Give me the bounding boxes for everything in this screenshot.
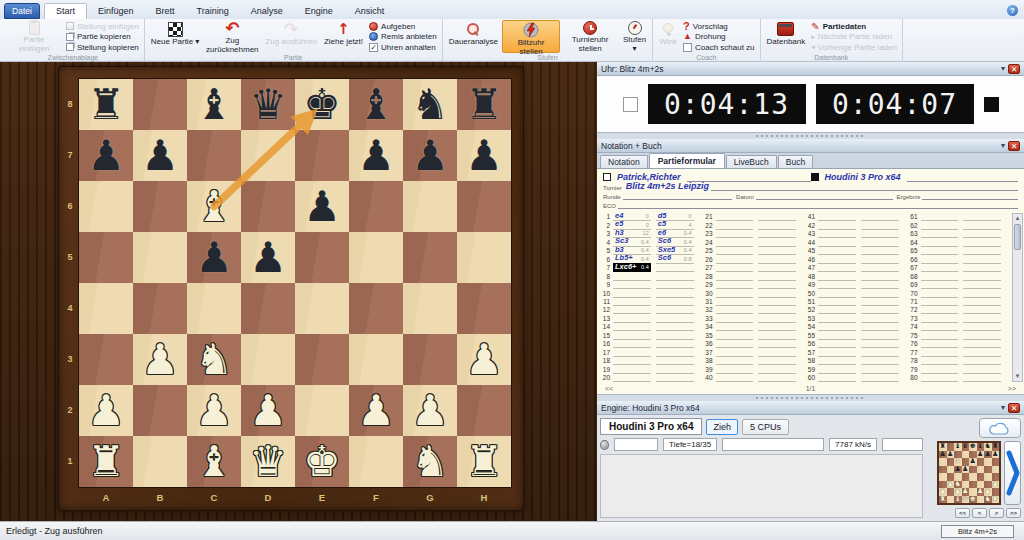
moves-grid: 1e40d502e50c543h312e60.44Sc30.4Sc60.45b3… (597, 210, 1024, 382)
scroll-up-icon[interactable]: ▲ (1015, 214, 1021, 223)
square-d8[interactable]: ♛ (241, 79, 295, 130)
piece-white-king-e1[interactable]: ♚ (295, 436, 349, 487)
cpus-button[interactable]: 5 CPUs (742, 419, 789, 435)
rank-label-7: 7 (63, 130, 77, 181)
mini-square-g1: ♞ (984, 496, 992, 504)
speed-box: 7787 kN/s (829, 438, 877, 451)
piece-black-rook-a8[interactable]: ♜ (79, 79, 133, 130)
move-number: 66 (909, 256, 921, 264)
square-g8[interactable]: ♞ (403, 79, 457, 130)
prev-icon: ◂ (811, 43, 815, 51)
score-sheet: Patrick,Richter Houdini 3 Pro x64 Turnie… (597, 169, 1024, 394)
square-d1[interactable]: ♛ (241, 436, 295, 487)
move-number: 5 (601, 247, 613, 255)
moves-column-3: 4142434445464748495051525354555657585960 (806, 213, 909, 382)
square-a1[interactable]: ♜ (79, 436, 133, 487)
move-number: 15 (601, 332, 613, 340)
lightning-icon (523, 22, 539, 38)
mini-square-a4 (939, 473, 947, 481)
move-time: 0.8 (684, 255, 692, 263)
piece-white-bishop-c1[interactable]: ♝ (187, 436, 241, 487)
copy-icon (66, 33, 74, 41)
mini-square-h5 (992, 466, 1000, 474)
move-number: 6 (601, 256, 613, 264)
move-cell-60-black[interactable] (861, 373, 899, 382)
piece-black-pawn-h7[interactable]: ♟ (457, 130, 511, 181)
mini-square-e6: ♟ (969, 458, 977, 466)
move-number: 39 (704, 366, 716, 374)
square-a2[interactable]: ♟ (79, 385, 133, 436)
copy-position-button[interactable]: Stellung kopieren (66, 42, 139, 52)
expand-button[interactable] (1004, 441, 1021, 505)
tab-engine[interactable]: Engine (294, 4, 344, 19)
file-menu-button[interactable]: Datei (4, 3, 40, 19)
dropdown-arrow-icon: ▾ (195, 37, 199, 46)
square-h7[interactable]: ♟ (457, 130, 511, 181)
move-number: 79 (909, 366, 921, 374)
prev-game-button[interactable]: ◂Vorherige Partie laden (811, 42, 897, 52)
mini-square-a6 (939, 458, 947, 466)
move-text: Sc6 (658, 254, 671, 263)
mini-square-a5 (939, 466, 947, 474)
undo-arrow-icon: ↶ (225, 21, 239, 36)
checked-checkbox-icon[interactable] (369, 43, 378, 52)
mini-piece-black-pawn-b7: ♟ (947, 451, 955, 459)
square-a5[interactable] (79, 232, 133, 283)
move-number: 31 (704, 298, 716, 306)
tab-brett[interactable]: Brett (145, 4, 186, 19)
mini-piece-white-queen-d1: ♛ (962, 496, 970, 504)
square-f5[interactable] (349, 232, 403, 283)
piece-black-bishop-c8[interactable]: ♝ (187, 79, 241, 130)
mini-square-d7 (962, 451, 970, 459)
piece-black-pawn-d5[interactable]: ♟ (241, 232, 295, 283)
move-number: 13 (601, 315, 613, 323)
square-d4[interactable] (241, 283, 295, 334)
engine-name-box[interactable]: Houdini 3 Pro x64 (600, 418, 702, 435)
move-cell-80-white[interactable] (921, 373, 959, 382)
minimize-icon[interactable]: ▾ (1001, 403, 1005, 413)
move-number: 59 (806, 366, 818, 374)
move-number: 72 (909, 306, 921, 314)
mini-square-h3: ♟ (992, 481, 1000, 489)
move-number: 80 (909, 374, 921, 382)
square-f1[interactable] (349, 436, 403, 487)
mini-square-b3: ♟ (947, 481, 955, 489)
notation-title: Notation + Buch (601, 141, 662, 151)
piece-white-rook-h1[interactable]: ♜ (457, 436, 511, 487)
square-e2[interactable] (295, 385, 349, 436)
board-panel: 87654321 ♜♝♛♚♝♞♜♟♟♟♟♟♝♟♟♟♟♞♟♟♟♟♟♟♜♝♛♚♞♜ … (0, 62, 597, 521)
help-icon[interactable]: ? (1007, 5, 1018, 16)
bestmove-field (722, 438, 824, 451)
square-c3[interactable]: ♞ (187, 334, 241, 385)
close-icon[interactable]: ✕ (1008, 64, 1020, 74)
square-g3[interactable] (403, 334, 457, 385)
square-c1[interactable]: ♝ (187, 436, 241, 487)
square-b2[interactable] (133, 385, 187, 436)
mini-square-h1: ♜ (992, 496, 1000, 504)
piece-white-pawn-f2[interactable]: ♟ (349, 385, 403, 436)
square-a4[interactable] (79, 283, 133, 334)
square-g2[interactable]: ♟ (403, 385, 457, 436)
suggestion-button[interactable]: ?Vorschlag (683, 21, 755, 31)
piece-white-pawn-b3[interactable]: ♟ (133, 334, 187, 385)
piece-white-pawn-c2[interactable]: ♟ (187, 385, 241, 436)
file-label-G: G (403, 488, 457, 508)
mini-square-f2: ♟ (977, 488, 985, 496)
piece-black-pawn-b7[interactable]: ♟ (133, 130, 187, 181)
round-label: Runde (603, 194, 623, 200)
tournament-label: Turnier (603, 185, 624, 191)
piece-white-pawn-d2[interactable]: ♟ (241, 385, 295, 436)
mini-piece-black-king-e8: ♚ (969, 443, 977, 451)
coach-watches-checkbox[interactable]: Coach schaut zu (683, 42, 755, 52)
copy-game-button[interactable]: Partie kopieren (66, 32, 139, 42)
moves-column-1: 1e40d502e50c543h312e60.44Sc30.4Sc60.45b3… (601, 213, 704, 382)
square-b8[interactable] (133, 79, 187, 130)
tab-notation[interactable]: Notation (600, 155, 648, 168)
rank-label-5: 5 (63, 232, 77, 283)
panel-splitter[interactable] (597, 395, 1024, 401)
panel-splitter[interactable] (597, 133, 1024, 139)
move-number: 78 (909, 357, 921, 365)
square-h4[interactable] (457, 283, 511, 334)
move-number: 25 (704, 247, 716, 255)
group-coach: Wink ?Vorschlag ▲Drohung Coach schaut zu… (653, 19, 760, 62)
square-f6[interactable] (349, 181, 403, 232)
move-cell-60-white[interactable] (818, 373, 856, 382)
move-number: 58 (806, 357, 818, 365)
piece-white-queen-d1[interactable]: ♛ (241, 436, 295, 487)
paste-game-button[interactable]: Partie einfügen (5, 20, 63, 53)
next-game-button[interactable]: ▸Nächste Partie laden (811, 32, 897, 42)
piece-white-pawn-h3[interactable]: ♟ (457, 334, 511, 385)
square-c6[interactable]: ♝ (187, 181, 241, 232)
depth-box: Tiefe=18/35 (663, 438, 717, 451)
square-a3[interactable] (79, 334, 133, 385)
piece-white-pawn-a2[interactable]: ♟ (79, 385, 133, 436)
scroll-thumb[interactable] (1014, 224, 1021, 250)
square-g1[interactable]: ♞ (403, 436, 457, 487)
piece-black-queen-d8[interactable]: ♛ (241, 79, 295, 130)
next-icon: ▸ (811, 33, 815, 41)
square-h1[interactable]: ♜ (457, 436, 511, 487)
square-e8[interactable]: ♚ (295, 79, 349, 130)
square-c2[interactable]: ♟ (187, 385, 241, 436)
move-number: 70 (909, 290, 921, 298)
square-b7[interactable]: ♟ (133, 130, 187, 181)
mini-piece-black-pawn-c5: ♟ (954, 466, 962, 474)
move-number: 2 (601, 222, 613, 230)
piece-black-pawn-a7[interactable]: ♟ (79, 130, 133, 181)
clock-title: Uhr: Blitz 4m+2s (601, 64, 664, 74)
ribbon-groups: Partie einfügen Stellung einfügen Partie… (0, 19, 1024, 62)
square-e6[interactable]: ♟ (295, 181, 349, 232)
square-b3[interactable]: ♟ (133, 334, 187, 385)
square-d2[interactable]: ♟ (241, 385, 295, 436)
piece-black-knight-g8[interactable]: ♞ (403, 79, 457, 130)
threat-button[interactable]: ▲Drohung (683, 32, 755, 42)
piece-white-rook-a1[interactable]: ♜ (79, 436, 133, 487)
red-clock-icon (583, 21, 597, 35)
square-c5[interactable]: ♟ (187, 232, 241, 283)
piece-white-knight-c3[interactable]: ♞ (187, 334, 241, 385)
piece-white-bishop-c6[interactable]: ♝ (187, 181, 241, 232)
group-label: Stufen (446, 53, 650, 62)
square-d3[interactable] (241, 334, 295, 385)
square-c4[interactable] (187, 283, 241, 334)
square-a7[interactable]: ♟ (79, 130, 133, 181)
square-g5[interactable] (403, 232, 457, 283)
mini-square-b6 (947, 458, 955, 466)
tab-training[interactable]: Training (186, 4, 240, 19)
move-time: 0.4 (684, 238, 692, 246)
black-indicator (984, 97, 999, 112)
move-time: 4 (688, 221, 691, 229)
blitz-clock-button[interactable]: Blitzuhr stellen (502, 20, 560, 53)
move-number: 61 (909, 213, 921, 221)
paste-position-button[interactable]: Stellung einfügen (66, 21, 139, 31)
square-g6[interactable] (403, 181, 457, 232)
mini-piece-white-king-e1: ♚ (969, 496, 977, 504)
white-square-icon (603, 173, 611, 181)
tab-analyse[interactable]: Analyse (240, 4, 294, 19)
mini-square-b1 (947, 496, 955, 504)
square-g7[interactable]: ♟ (403, 130, 457, 181)
group-partie: Neue Partie ▾ ↶ Zug zurücknehmen ↷ Zug a… (145, 19, 443, 62)
engine-led-icon (600, 440, 609, 450)
move-number: 74 (909, 323, 921, 331)
move-number: 49 (806, 281, 818, 289)
square-b1[interactable] (133, 436, 187, 487)
move-number: 77 (909, 349, 921, 357)
next-page-button[interactable]: >> (1008, 385, 1016, 392)
square-h8[interactable]: ♜ (457, 79, 511, 130)
square-g4[interactable] (403, 283, 457, 334)
mini-piece-black-pawn-e6: ♟ (969, 458, 977, 466)
square-f2[interactable]: ♟ (349, 385, 403, 436)
board-icon (66, 22, 74, 30)
square-b4[interactable] (133, 283, 187, 334)
piece-black-pawn-g7[interactable]: ♟ (403, 130, 457, 181)
move-cell-20-black[interactable] (656, 373, 694, 382)
black-square-icon (811, 173, 819, 181)
file-label-C: C (187, 488, 241, 508)
square-f4[interactable] (349, 283, 403, 334)
bulb-icon (663, 23, 673, 33)
square-d5[interactable]: ♟ (241, 232, 295, 283)
database-button[interactable]: Datenbank (764, 20, 809, 53)
piece-white-knight-g1[interactable]: ♞ (403, 436, 457, 487)
mini-square-d4 (962, 473, 970, 481)
piece-black-rook-h8[interactable]: ♜ (457, 79, 511, 130)
tab-livebuch[interactable]: LiveBuch (726, 155, 777, 168)
levels-button[interactable]: Stufen▾ (620, 20, 649, 53)
right-column: Uhr: Blitz 4m+2s ▾ ✕ 0:04:13 0:04:07 Not… (597, 62, 1024, 521)
mini-piece-white-rook-a1: ♜ (939, 496, 947, 504)
tab-ansicht[interactable]: Ansicht (344, 4, 396, 19)
move-cell-20-white[interactable] (613, 373, 651, 382)
move-number: 54 (806, 323, 818, 331)
square-a8[interactable]: ♜ (79, 79, 133, 130)
close-icon[interactable]: ✕ (1008, 141, 1020, 151)
extra-field (882, 438, 923, 451)
first-move-button[interactable]: << (955, 508, 970, 518)
square-h5[interactable] (457, 232, 511, 283)
move-number: 46 (806, 256, 818, 264)
engine-title: Engine: Houdini 3 Pro x64 (601, 403, 700, 413)
piece-black-pawn-f7[interactable]: ♟ (349, 130, 403, 181)
offer-draw-button[interactable]: Remis anbieten (369, 32, 437, 42)
new-game-button[interactable]: Neue Partie ▾ (148, 20, 203, 53)
mini-square-a1: ♜ (939, 496, 947, 504)
status-bar: Erledigt - Zug ausführen Blitz 4m+2s (0, 521, 1024, 540)
group-stufen: Daueranalyse Blitzuhr stellen Turnieruhr… (443, 19, 654, 62)
move-time: 0 (646, 221, 649, 229)
mini-piece-black-pawn-d5: ♟ (962, 466, 970, 474)
infinite-analysis-button[interactable]: Daueranalyse (446, 20, 501, 53)
group-label: Partie (148, 53, 439, 62)
chess-board[interactable]: ♜♝♛♚♝♞♜♟♟♟♟♟♝♟♟♟♟♞♟♟♟♟♟♟♜♝♛♚♞♜ (79, 79, 511, 487)
mini-square-e4 (969, 473, 977, 481)
tab-partieformular[interactable]: Partieformular (649, 153, 725, 168)
stop-clocks-checkbox[interactable]: Uhren anhalten (369, 42, 437, 52)
mini-piece-white-knight-g1: ♞ (984, 496, 992, 504)
move-number: 38 (704, 357, 716, 365)
square-b5[interactable] (133, 232, 187, 283)
last-move-button[interactable]: >> (1006, 508, 1021, 518)
move-number: 22 (704, 222, 716, 230)
mini-square-d8: ♛ (962, 443, 970, 451)
redo-arrow-icon: ↷ (284, 22, 298, 37)
takeback-button[interactable]: ↶ Zug zurücknehmen (203, 20, 261, 53)
rank-label-1: 1 (63, 436, 77, 487)
square-f3[interactable] (349, 334, 403, 385)
resign-button[interactable]: Aufgeben (369, 21, 437, 31)
cloud-engine-button[interactable] (979, 418, 1021, 438)
move-number: 8 (601, 273, 613, 281)
mini-square-f6 (977, 458, 985, 466)
tab-start[interactable]: Start (44, 3, 87, 19)
move-number: 65 (909, 247, 921, 255)
mini-square-b7: ♟ (947, 451, 955, 459)
move-number: 41 (806, 213, 818, 221)
question-icon: ? (683, 21, 690, 31)
hint-button[interactable]: Wink (656, 20, 680, 53)
square-d6[interactable] (241, 181, 295, 232)
game-data-button[interactable]: ✎Partiedaten (811, 21, 897, 31)
prev-page-button[interactable]: << (605, 385, 613, 392)
minimize-icon[interactable]: ▾ (1001, 64, 1005, 74)
piece-black-bishop-f8[interactable]: ♝ (349, 79, 403, 130)
eco-label: ECO (603, 203, 618, 209)
move-number: 71 (909, 298, 921, 306)
back-button[interactable]: < (972, 508, 987, 518)
piece-black-king-e8[interactable]: ♚ (295, 79, 349, 130)
black-player-name[interactable]: Houdini 3 Pro x64 (823, 172, 903, 182)
mini-square-e1: ♚ (969, 496, 977, 504)
status-text: Erledigt - Zug ausführen (6, 526, 103, 536)
square-h6[interactable] (457, 181, 511, 232)
move-cell-80-black[interactable] (963, 373, 1001, 382)
moves-column-2: 2122232425262728293031323334353637383940 (704, 213, 807, 382)
square-c8[interactable]: ♝ (187, 79, 241, 130)
move-number: 35 (704, 332, 716, 340)
file-label-F: F (349, 488, 403, 508)
square-c7[interactable] (187, 130, 241, 181)
scroll-down-icon[interactable]: ▼ (1015, 372, 1021, 381)
board-frame: 87654321 ♜♝♛♚♝♞♜♟♟♟♟♟♝♟♟♟♟♞♟♟♟♟♟♟♜♝♛♚♞♜ … (58, 66, 524, 511)
tab-buch[interactable]: Buch (778, 155, 813, 168)
square-e4[interactable] (295, 283, 349, 334)
piece-white-pawn-g2[interactable]: ♟ (403, 385, 457, 436)
square-e5[interactable] (295, 232, 349, 283)
tab-einfuegen[interactable]: Einfügen (87, 4, 145, 19)
tournament-value[interactable]: Blitz 4m+2s Leipzig (624, 181, 711, 191)
square-f8[interactable]: ♝ (349, 79, 403, 130)
mini-square-g7: ♟ (984, 451, 992, 459)
mini-board-nav: << < > >> (955, 508, 1021, 518)
mini-piece-white-bishop-c1: ♝ (954, 496, 962, 504)
rank-label-8: 8 (63, 79, 77, 130)
square-e3[interactable] (295, 334, 349, 385)
file-labels: ABCDEFGH (79, 488, 511, 508)
square-e1[interactable]: ♚ (295, 436, 349, 487)
move-number: 19 (601, 366, 613, 374)
group-label: Coach (656, 53, 756, 62)
move-cell-40-white[interactable] (716, 373, 754, 382)
unchecked-checkbox-icon[interactable] (683, 43, 692, 52)
eval-field (614, 438, 658, 451)
square-b6[interactable] (133, 181, 187, 232)
move-number: 67 (909, 264, 921, 272)
scrollbar[interactable]: ▲ ▼ (1012, 213, 1023, 382)
piece-black-pawn-e6[interactable]: ♟ (295, 181, 349, 232)
minimize-icon[interactable]: ▾ (1001, 141, 1005, 151)
engine-output-area[interactable] (600, 454, 923, 518)
chessboard-icon (168, 22, 183, 37)
forward-button[interactable]: > (989, 508, 1004, 518)
square-h3[interactable]: ♟ (457, 334, 511, 385)
square-a6[interactable] (79, 181, 133, 232)
piece-black-pawn-c5[interactable]: ♟ (187, 232, 241, 283)
notation-titlebar: Notation + Buch ▾ ✕ (597, 139, 1024, 153)
square-d7[interactable] (241, 130, 295, 181)
move-button[interactable]: Zieh (706, 419, 738, 435)
square-f7[interactable]: ♟ (349, 130, 403, 181)
move-number: 55 (806, 332, 818, 340)
tournament-clock-button[interactable]: Turnieruhr stellen (561, 20, 619, 53)
square-e7[interactable] (295, 130, 349, 181)
move-number: 4 (601, 239, 613, 247)
move-number: 24 (704, 239, 716, 247)
move-now-button[interactable]: ↑ Ziehe jetzt! (321, 20, 366, 53)
redo-move-button[interactable]: ↷ Zug ausführen (262, 20, 320, 53)
move-number: 32 (704, 306, 716, 314)
mini-board[interactable]: ♜♝♛♚♝♞♜♟♟♟♟♟♝♟♟♟♟♞♟♟♟♟♟♟♜♝♛♚♞♜ (937, 441, 1001, 505)
move-number: 20 (601, 374, 613, 382)
move-cell-40-black[interactable] (758, 373, 796, 382)
move-number: 36 (704, 340, 716, 348)
move-number: 53 (806, 315, 818, 323)
square-h2[interactable] (457, 385, 511, 436)
paste-game-label: Partie einfügen (8, 36, 60, 53)
move-number: 9 (601, 281, 613, 289)
mini-square-c5: ♟ (954, 466, 962, 474)
close-icon[interactable]: ✕ (1008, 403, 1020, 413)
move-number: 68 (909, 273, 921, 281)
